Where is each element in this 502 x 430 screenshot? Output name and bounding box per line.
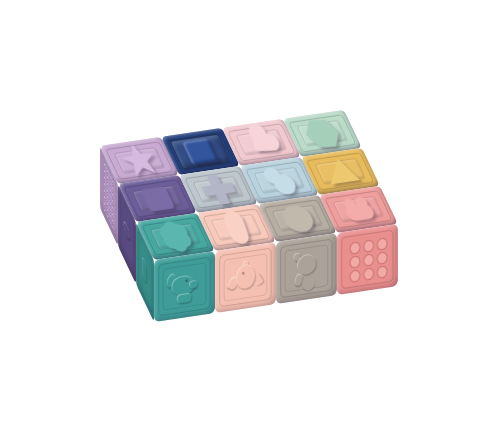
- block-r3c3-taupe-front: [276, 233, 337, 304]
- flower-shape: [152, 218, 199, 255]
- product-photo-canvas: [0, 0, 502, 430]
- triangle-shape: [318, 155, 363, 188]
- block-r3c1-teal-front: [154, 251, 215, 322]
- cross-shape: [196, 172, 240, 206]
- cloud-shape: [337, 193, 380, 225]
- hexagon-shape: [300, 116, 345, 150]
- block-r3c2-peach-front: [215, 242, 276, 313]
- square-shape: [182, 138, 219, 165]
- star-shape: [115, 142, 163, 179]
- heart-shape: [250, 133, 273, 151]
- cloud-shape: [258, 164, 302, 198]
- block-r3c4-coral-front: [337, 224, 398, 295]
- bump-grid-texture: [347, 236, 388, 284]
- circle-shape: [278, 204, 317, 234]
- oval-shape: [221, 211, 251, 244]
- square-shape: [140, 186, 175, 211]
